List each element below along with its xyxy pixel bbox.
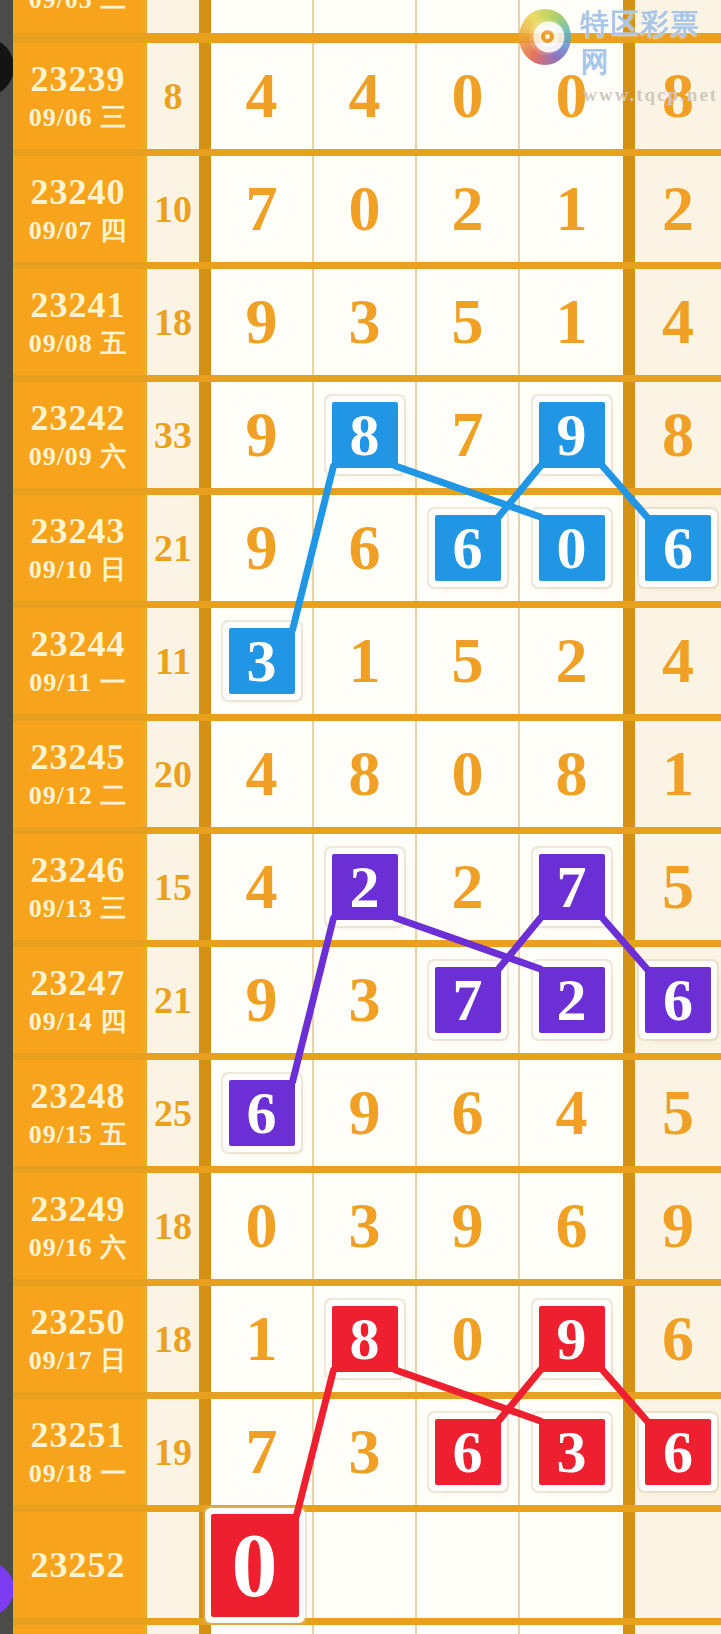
digit-cell: 0 bbox=[211, 1512, 314, 1618]
draw-row: 2325009/17 日1818096 bbox=[13, 1286, 721, 1399]
digit-cell: 5 bbox=[417, 608, 520, 714]
highlighted-digit: 9 bbox=[539, 402, 605, 468]
digit: 9 bbox=[246, 403, 278, 467]
draw-date: 09/18 一 bbox=[29, 1461, 128, 1487]
draw-date: 09/11 一 bbox=[29, 670, 126, 696]
digit: 2 bbox=[662, 177, 694, 241]
next-panel-digit-cell: 6 bbox=[635, 495, 721, 601]
next-panel-digit-cell: 5 bbox=[635, 834, 721, 940]
digit-cell: 0 bbox=[417, 43, 520, 149]
draw-id: 23244 bbox=[31, 626, 126, 662]
sum-cell: 10 bbox=[147, 156, 211, 262]
highlighted-digit: 7 bbox=[435, 967, 501, 1033]
digit: 0 bbox=[246, 1194, 278, 1258]
digit-cell: 4 bbox=[211, 43, 314, 149]
draw-date: 09/05 二 bbox=[13, 0, 143, 13]
draw-id: 23247 bbox=[31, 965, 126, 1001]
draw-row: 2324609/13 三1542275 bbox=[13, 834, 721, 947]
digit-cell: 0 bbox=[211, 1173, 314, 1279]
digit-cell: 9 bbox=[520, 382, 635, 488]
digit-cell: 4 bbox=[211, 721, 314, 827]
next-panel-digit-cell: 5 bbox=[635, 1060, 721, 1166]
digit-cell: 7 bbox=[520, 834, 635, 940]
digit: 0 bbox=[452, 64, 484, 128]
draw-label-cell: 23252 bbox=[13, 1512, 147, 1618]
digit: 9 bbox=[662, 1194, 694, 1258]
digit: 6 bbox=[452, 1081, 484, 1145]
draw-date: 09/09 六 bbox=[29, 444, 128, 470]
next-row-sliver bbox=[13, 1625, 721, 1634]
digit-cell: 1 bbox=[520, 156, 635, 262]
digit: 3 bbox=[349, 290, 381, 354]
left-dark-strip bbox=[0, 0, 13, 1634]
digit-cell bbox=[417, 1625, 520, 1634]
site-watermark: 特区彩票网 www.tqcp.net bbox=[519, 5, 721, 106]
draw-label-cell: 2325109/18 一 bbox=[13, 1399, 147, 1505]
logo-center-dot bbox=[541, 30, 554, 43]
sum-cell: 21 bbox=[147, 947, 211, 1053]
highlighted-digit: 6 bbox=[435, 515, 501, 581]
digit: 1 bbox=[556, 290, 588, 354]
sum-cell: 20 bbox=[147, 721, 211, 827]
draw-id: 23249 bbox=[31, 1191, 126, 1227]
highlighted-digit: 2 bbox=[539, 967, 605, 1033]
digit-cell: 7 bbox=[417, 382, 520, 488]
draw-date: 09/16 六 bbox=[29, 1235, 128, 1261]
digit: 9 bbox=[452, 1194, 484, 1258]
digit-cell: 2 bbox=[417, 156, 520, 262]
digit-cell: 3 bbox=[520, 1399, 635, 1505]
draw-id: 23250 bbox=[31, 1304, 126, 1340]
next-panel-digit-cell: 4 bbox=[635, 269, 721, 375]
digit: 4 bbox=[556, 1081, 588, 1145]
digit-cell: 9 bbox=[314, 1060, 417, 1166]
digit: 1 bbox=[349, 629, 381, 693]
draw-id: 23252 bbox=[31, 1547, 126, 1583]
digit: 3 bbox=[349, 1420, 381, 1484]
digit: 3 bbox=[349, 1194, 381, 1258]
digit: 4 bbox=[662, 629, 694, 693]
digit: 1 bbox=[662, 742, 694, 806]
draw-label-cell: 2324809/15 五 bbox=[13, 1060, 147, 1166]
purple-fab-edge bbox=[0, 1562, 13, 1616]
next-panel-digit-cell: 6 bbox=[635, 947, 721, 1053]
digit-cell: 7 bbox=[211, 1399, 314, 1505]
digit: 4 bbox=[246, 855, 278, 919]
digit-cell: 7 bbox=[417, 947, 520, 1053]
digit-cell: 6 bbox=[417, 1399, 520, 1505]
next-panel-digit-cell: 6 bbox=[635, 1399, 721, 1505]
digit: 1 bbox=[246, 1307, 278, 1371]
digit-cell: 5 bbox=[417, 269, 520, 375]
digit: 8 bbox=[662, 403, 694, 467]
draw-label-cell: 2324709/14 四 bbox=[13, 947, 147, 1053]
highlighted-digit: 3 bbox=[539, 1419, 605, 1485]
digit: 0 bbox=[349, 177, 381, 241]
digit: 5 bbox=[452, 290, 484, 354]
digit-cell bbox=[211, 0, 314, 33]
digit-cell: 6 bbox=[417, 1060, 520, 1166]
sum-cell: 18 bbox=[147, 1173, 211, 1279]
digit-cell: 3 bbox=[314, 269, 417, 375]
highlighted-digit: 6 bbox=[645, 1419, 711, 1485]
draw-date: 09/12 二 bbox=[29, 783, 128, 809]
draw-id: 23243 bbox=[31, 513, 126, 549]
draw-row: 2324909/16 六1803969 bbox=[13, 1173, 721, 1286]
sum-cell: 21 bbox=[147, 495, 211, 601]
sum-cell bbox=[147, 0, 211, 33]
sum-cell: 18 bbox=[147, 269, 211, 375]
draw-date: 09/17 日 bbox=[29, 1348, 128, 1374]
digit-cell bbox=[314, 1625, 417, 1634]
digit-cell: 4 bbox=[211, 834, 314, 940]
next-panel-digit-cell: 1 bbox=[635, 721, 721, 827]
highlighted-digit: 6 bbox=[645, 515, 711, 581]
black-corner-bump bbox=[0, 38, 13, 96]
digit-cell: 3 bbox=[314, 947, 417, 1053]
draw-label-cell bbox=[13, 1625, 147, 1634]
draw-row: 232520 bbox=[13, 1512, 721, 1625]
digit: 3 bbox=[349, 968, 381, 1032]
next-panel-digit-cell: 4 bbox=[635, 608, 721, 714]
digit: 5 bbox=[452, 629, 484, 693]
digit: 4 bbox=[349, 64, 381, 128]
digit-cell: 1 bbox=[314, 608, 417, 714]
draw-row: 2324109/08 五1893514 bbox=[13, 269, 721, 382]
digit: 9 bbox=[246, 968, 278, 1032]
highlighted-digit: 0 bbox=[539, 515, 605, 581]
digit-cell bbox=[314, 0, 417, 33]
highlighted-digit: 2 bbox=[332, 854, 398, 920]
digit-cell bbox=[417, 1512, 520, 1618]
draw-id: 23246 bbox=[31, 852, 126, 888]
highlighted-digit: 9 bbox=[539, 1306, 605, 1372]
digit: 7 bbox=[246, 1420, 278, 1484]
digit-cell: 9 bbox=[520, 1286, 635, 1392]
sum-cell: 33 bbox=[147, 382, 211, 488]
digit: 2 bbox=[452, 855, 484, 919]
digit: 6 bbox=[556, 1194, 588, 1258]
sum-cell bbox=[147, 1625, 211, 1634]
digit: 7 bbox=[452, 403, 484, 467]
draw-row: 2324709/14 四2193726 bbox=[13, 947, 721, 1060]
digit: 8 bbox=[556, 742, 588, 806]
digit: 6 bbox=[662, 1307, 694, 1371]
digit: 2 bbox=[556, 629, 588, 693]
draw-label-cell: 2324509/12 二 bbox=[13, 721, 147, 827]
draw-id: 23240 bbox=[31, 174, 126, 210]
digit: 0 bbox=[452, 742, 484, 806]
digit-cell: 1 bbox=[211, 1286, 314, 1392]
draw-label-cell: 09/05 二 bbox=[13, 0, 147, 33]
digit-cell: 6 bbox=[314, 495, 417, 601]
logo-swirl-icon bbox=[519, 9, 571, 65]
draw-label-cell: 2325009/17 日 bbox=[13, 1286, 147, 1392]
digit-cell: 9 bbox=[211, 382, 314, 488]
draw-label-cell: 2324009/07 四 bbox=[13, 156, 147, 262]
sum-cell: 18 bbox=[147, 1286, 211, 1392]
draw-date: 09/15 五 bbox=[29, 1122, 128, 1148]
digit: 9 bbox=[246, 516, 278, 580]
draw-row: 2325109/18 一1973636 bbox=[13, 1399, 721, 1512]
digit-cell: 4 bbox=[520, 1060, 635, 1166]
next-panel-digit-cell: 6 bbox=[635, 1286, 721, 1392]
draw-label-cell: 2324309/10 日 bbox=[13, 495, 147, 601]
digit-cell: 9 bbox=[417, 1173, 520, 1279]
highlighted-digit: 7 bbox=[539, 854, 605, 920]
digit-cell bbox=[314, 1512, 417, 1618]
digit-cell bbox=[211, 1625, 314, 1634]
digit-cell: 8 bbox=[314, 721, 417, 827]
highlighted-digit: 8 bbox=[332, 1306, 398, 1372]
digit: 7 bbox=[246, 177, 278, 241]
highlighted-digit: 8 bbox=[332, 402, 398, 468]
draw-date: 09/08 五 bbox=[29, 331, 128, 357]
digit: 0 bbox=[452, 1307, 484, 1371]
draw-date: 09/10 日 bbox=[29, 557, 128, 583]
draw-row: 2324009/07 四1070212 bbox=[13, 156, 721, 269]
draw-row: 2324309/10 日2196606 bbox=[13, 495, 721, 608]
digit-cell: 9 bbox=[211, 947, 314, 1053]
digit-cell: 1 bbox=[520, 269, 635, 375]
draw-label-cell: 2324409/11 一 bbox=[13, 608, 147, 714]
digit-cell: 3 bbox=[211, 608, 314, 714]
digit: 8 bbox=[349, 742, 381, 806]
draw-label-cell: 2324109/08 五 bbox=[13, 269, 147, 375]
draw-label-cell: 2324609/13 三 bbox=[13, 834, 147, 940]
draw-date: 09/13 三 bbox=[29, 896, 128, 922]
digit-cell: 8 bbox=[314, 1286, 417, 1392]
highlighted-digit: 3 bbox=[229, 628, 295, 694]
digit: 6 bbox=[349, 516, 381, 580]
digit-cell: 2 bbox=[314, 834, 417, 940]
digit: 5 bbox=[662, 1081, 694, 1145]
sum-cell: 15 bbox=[147, 834, 211, 940]
draw-id: 23242 bbox=[31, 400, 126, 436]
sum-cell: 11 bbox=[147, 608, 211, 714]
draw-row: 2324209/09 六3398798 bbox=[13, 382, 721, 495]
digit: 1 bbox=[556, 177, 588, 241]
draw-id: 23241 bbox=[31, 287, 126, 323]
digit: 4 bbox=[246, 64, 278, 128]
digit: 2 bbox=[452, 177, 484, 241]
draw-label-cell: 2324209/09 六 bbox=[13, 382, 147, 488]
highlighted-digit: 6 bbox=[435, 1419, 501, 1485]
draw-row: 2324809/15 五2569645 bbox=[13, 1060, 721, 1173]
draw-date: 09/06 三 bbox=[29, 105, 128, 131]
digit-cell bbox=[520, 1625, 635, 1634]
draw-date: 09/07 四 bbox=[29, 218, 128, 244]
digit-cell: 2 bbox=[520, 608, 635, 714]
digit: 9 bbox=[246, 290, 278, 354]
sum-cell: 8 bbox=[147, 43, 211, 149]
digit-cell: 2 bbox=[520, 947, 635, 1053]
next-panel-digit-cell bbox=[635, 1625, 721, 1634]
highlighted-digit: 0 bbox=[211, 1514, 299, 1617]
digit-cell: 0 bbox=[417, 1286, 520, 1392]
next-panel-digit-cell: 9 bbox=[635, 1173, 721, 1279]
digit-cell: 0 bbox=[417, 721, 520, 827]
draw-label-cell: 2324909/16 六 bbox=[13, 1173, 147, 1279]
trend-table: 09/05 二2323909/06 三8440082324009/07 四107… bbox=[13, 0, 721, 1634]
digit: 9 bbox=[349, 1081, 381, 1145]
digit-cell: 3 bbox=[314, 1173, 417, 1279]
digit-cell: 6 bbox=[211, 1060, 314, 1166]
site-name: 特区彩票网 bbox=[580, 5, 721, 81]
next-panel-digit-cell: 2 bbox=[635, 156, 721, 262]
digit-cell: 6 bbox=[520, 1173, 635, 1279]
lottery-trend-chart: 09/05 二2323909/06 三8440082324009/07 四107… bbox=[0, 0, 721, 1634]
digit: 4 bbox=[246, 742, 278, 806]
next-panel-digit-cell bbox=[635, 1512, 721, 1618]
sum-cell: 19 bbox=[147, 1399, 211, 1505]
digit-cell: 9 bbox=[211, 495, 314, 601]
draw-row: 2324409/11 一1131524 bbox=[13, 608, 721, 721]
digit-cell: 0 bbox=[520, 495, 635, 601]
digit-cell: 8 bbox=[314, 382, 417, 488]
draw-date: 09/14 四 bbox=[29, 1009, 128, 1035]
digit-cell: 6 bbox=[417, 495, 520, 601]
digit: 4 bbox=[662, 290, 694, 354]
digit-cell: 8 bbox=[520, 721, 635, 827]
draw-id: 23245 bbox=[31, 739, 126, 775]
digit: 5 bbox=[662, 855, 694, 919]
draw-label-cell: 2323909/06 三 bbox=[13, 43, 147, 149]
digit-cell: 2 bbox=[417, 834, 520, 940]
table-rows: 09/05 二2323909/06 三8440082324009/07 四107… bbox=[13, 0, 721, 1634]
watermark-text: 特区彩票网 www.tqcp.net bbox=[580, 5, 721, 106]
digit-cell bbox=[417, 0, 520, 33]
digit-cell: 9 bbox=[211, 269, 314, 375]
draw-id: 23239 bbox=[31, 61, 126, 97]
highlighted-digit: 6 bbox=[229, 1080, 295, 1146]
digit-cell: 0 bbox=[314, 156, 417, 262]
site-url: www.tqcp.net bbox=[580, 84, 721, 106]
draw-id: 23251 bbox=[31, 1417, 126, 1453]
draw-row: 2324509/12 二2048081 bbox=[13, 721, 721, 834]
next-panel-digit-cell: 8 bbox=[635, 382, 721, 488]
sum-cell: 25 bbox=[147, 1060, 211, 1166]
digit-cell: 3 bbox=[314, 1399, 417, 1505]
digit-cell: 4 bbox=[314, 43, 417, 149]
highlighted-digit: 6 bbox=[645, 967, 711, 1033]
sum-cell bbox=[147, 1512, 211, 1618]
draw-id: 23248 bbox=[31, 1078, 126, 1114]
digit-cell bbox=[520, 1512, 635, 1618]
digit-cell: 7 bbox=[211, 156, 314, 262]
